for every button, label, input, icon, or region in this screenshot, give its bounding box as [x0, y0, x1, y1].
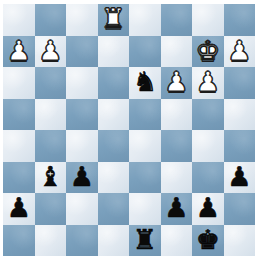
square-c2[interactable]	[66, 193, 98, 225]
black-rook-e1[interactable]: ♜	[133, 224, 157, 256]
white-pawn-g6[interactable]: ♟	[196, 66, 220, 98]
square-e5[interactable]	[129, 99, 161, 131]
square-f2[interactable]: ♟	[161, 193, 193, 225]
square-d4[interactable]	[98, 130, 130, 162]
square-g7[interactable]: ♚	[192, 36, 224, 68]
square-b8[interactable]	[35, 4, 67, 36]
white-rook-d8[interactable]: ♜	[101, 3, 125, 35]
square-h3[interactable]: ♟	[224, 162, 256, 194]
square-f6[interactable]: ♟	[161, 67, 193, 99]
square-b4[interactable]	[35, 130, 67, 162]
black-bishop-b3[interactable]: ♝	[38, 161, 62, 193]
square-a7[interactable]: ♟	[3, 36, 35, 68]
square-e7[interactable]	[129, 36, 161, 68]
square-b3[interactable]: ♝	[35, 162, 67, 194]
square-a6[interactable]	[3, 67, 35, 99]
square-h7[interactable]: ♟	[224, 36, 256, 68]
black-king-g1[interactable]: ♚	[196, 224, 220, 256]
square-d1[interactable]	[98, 225, 130, 257]
white-pawn-f6[interactable]: ♟	[164, 66, 188, 98]
square-g8[interactable]	[192, 4, 224, 36]
square-h8[interactable]	[224, 4, 256, 36]
white-pawn-a7[interactable]: ♟	[7, 35, 31, 67]
black-pawn-f2[interactable]: ♟	[164, 192, 188, 224]
square-f1[interactable]	[161, 225, 193, 257]
square-e3[interactable]	[129, 162, 161, 194]
square-c4[interactable]	[66, 130, 98, 162]
square-b5[interactable]	[35, 99, 67, 131]
square-h5[interactable]	[224, 99, 256, 131]
square-f4[interactable]	[161, 130, 193, 162]
square-d6[interactable]	[98, 67, 130, 99]
white-pawn-h7[interactable]: ♟	[227, 35, 251, 67]
square-e4[interactable]	[129, 130, 161, 162]
square-c7[interactable]	[66, 36, 98, 68]
square-c3[interactable]: ♟	[66, 162, 98, 194]
square-d8[interactable]: ♜	[98, 4, 130, 36]
white-pawn-b7[interactable]: ♟	[38, 35, 62, 67]
black-pawn-a2[interactable]: ♟	[7, 192, 31, 224]
square-a8[interactable]	[3, 4, 35, 36]
square-e8[interactable]	[129, 4, 161, 36]
square-g6[interactable]: ♟	[192, 67, 224, 99]
square-g5[interactable]	[192, 99, 224, 131]
square-e1[interactable]: ♜	[129, 225, 161, 257]
black-pawn-g2[interactable]: ♟	[196, 192, 220, 224]
square-f3[interactable]	[161, 162, 193, 194]
square-h2[interactable]	[224, 193, 256, 225]
square-d2[interactable]	[98, 193, 130, 225]
square-d7[interactable]	[98, 36, 130, 68]
black-knight-e6[interactable]: ♞	[133, 66, 157, 98]
square-a3[interactable]	[3, 162, 35, 194]
black-pawn-c3[interactable]: ♟	[70, 161, 94, 193]
square-d5[interactable]	[98, 99, 130, 131]
square-f8[interactable]	[161, 4, 193, 36]
square-b1[interactable]	[35, 225, 67, 257]
square-b6[interactable]	[35, 67, 67, 99]
square-a5[interactable]	[3, 99, 35, 131]
square-f7[interactable]	[161, 36, 193, 68]
square-b7[interactable]: ♟	[35, 36, 67, 68]
square-a2[interactable]: ♟	[3, 193, 35, 225]
square-c6[interactable]	[66, 67, 98, 99]
square-g3[interactable]	[192, 162, 224, 194]
chess-board: ♜♟♟♚♟♞♟♟♝♟♟♟♟♟♜♚	[3, 4, 255, 256]
square-g2[interactable]: ♟	[192, 193, 224, 225]
square-h4[interactable]	[224, 130, 256, 162]
black-pawn-h3[interactable]: ♟	[227, 161, 251, 193]
square-d3[interactable]	[98, 162, 130, 194]
square-c1[interactable]	[66, 225, 98, 257]
square-e2[interactable]	[129, 193, 161, 225]
square-c5[interactable]	[66, 99, 98, 131]
square-b2[interactable]	[35, 193, 67, 225]
square-h6[interactable]	[224, 67, 256, 99]
square-g1[interactable]: ♚	[192, 225, 224, 257]
white-king-g7[interactable]: ♚	[196, 35, 220, 67]
square-a4[interactable]	[3, 130, 35, 162]
square-h1[interactable]	[224, 225, 256, 257]
square-c8[interactable]	[66, 4, 98, 36]
square-g4[interactable]	[192, 130, 224, 162]
square-f5[interactable]	[161, 99, 193, 131]
square-a1[interactable]	[3, 225, 35, 257]
chess-board-margin: ♜♟♟♚♟♞♟♟♝♟♟♟♟♟♜♚	[3, 4, 255, 256]
square-e6[interactable]: ♞	[129, 67, 161, 99]
